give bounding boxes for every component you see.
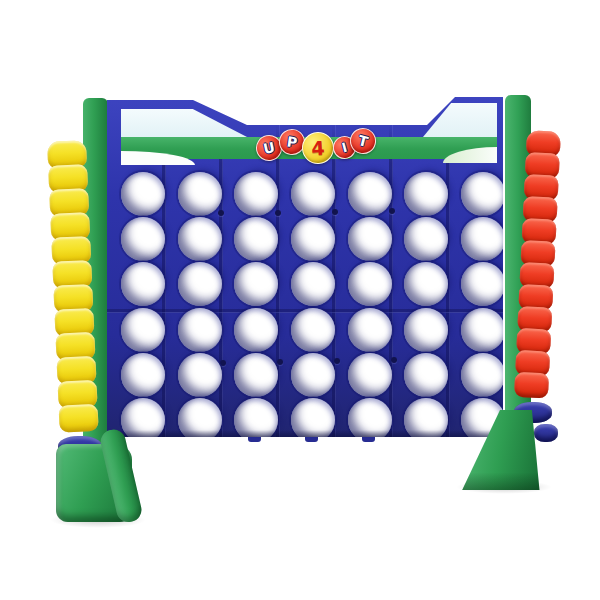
hole-r5c1-empty[interactable]	[121, 353, 165, 397]
board-cell[interactable]	[454, 171, 503, 216]
hole-r1c4-empty[interactable]	[291, 172, 335, 216]
hole-r1c3-empty[interactable]	[234, 172, 278, 216]
board-cell[interactable]	[285, 171, 342, 216]
hole-r3c4-empty[interactable]	[291, 262, 335, 306]
hole-r4c5-empty[interactable]	[348, 308, 392, 352]
board-bottom-edge	[107, 430, 503, 437]
hole-r1c1-empty[interactable]	[121, 172, 165, 216]
hole-r4c3-empty[interactable]	[234, 308, 278, 352]
hole-r3c6-empty[interactable]	[404, 262, 448, 306]
hole-r5c5-empty[interactable]	[348, 353, 392, 397]
board-cell[interactable]	[285, 307, 342, 352]
hole-r1c7-empty[interactable]	[461, 172, 503, 216]
board-holes	[115, 171, 503, 437]
hole-r4c1-empty[interactable]	[121, 308, 165, 352]
board-cell[interactable]	[398, 171, 455, 216]
hole-r2c4-empty[interactable]	[291, 217, 335, 261]
hole-r2c2-empty[interactable]	[178, 217, 222, 261]
hole-r3c2-empty[interactable]	[178, 262, 222, 306]
board-cell[interactable]	[228, 307, 285, 352]
board-cell[interactable]	[341, 352, 398, 397]
board-cell[interactable]	[172, 171, 229, 216]
board-cell[interactable]	[454, 262, 503, 307]
hole-r5c2-empty[interactable]	[178, 353, 222, 397]
hole-r1c6-empty[interactable]	[404, 172, 448, 216]
yellow-disc[interactable]	[59, 404, 99, 433]
board-cell[interactable]	[341, 216, 398, 261]
board-cell[interactable]	[115, 171, 172, 216]
giant-connect-four-scene: UP4IT	[0, 0, 600, 600]
hole-r2c7-empty[interactable]	[461, 217, 503, 261]
hole-r2c6-empty[interactable]	[404, 217, 448, 261]
board-cell[interactable]	[398, 307, 455, 352]
board-cell[interactable]	[115, 262, 172, 307]
hole-r5c3-empty[interactable]	[234, 353, 278, 397]
up-4-it-logo: UP4IT	[107, 95, 503, 167]
board-cell[interactable]	[454, 307, 503, 352]
board-cell[interactable]	[228, 262, 285, 307]
hole-r3c7-empty[interactable]	[461, 262, 503, 306]
hole-r4c2-empty[interactable]	[178, 308, 222, 352]
board-cell[interactable]	[341, 307, 398, 352]
board-cell[interactable]	[285, 216, 342, 261]
red-disc[interactable]	[514, 372, 549, 399]
hole-r4c6-empty[interactable]	[404, 308, 448, 352]
board-cell[interactable]	[172, 307, 229, 352]
board-cell[interactable]	[228, 171, 285, 216]
logo-letter-4: 4	[301, 131, 335, 165]
hole-r4c4-empty[interactable]	[291, 308, 335, 352]
hole-r3c5-empty[interactable]	[348, 262, 392, 306]
hole-r2c5-empty[interactable]	[348, 217, 392, 261]
board-cell[interactable]	[341, 171, 398, 216]
hole-r3c3-empty[interactable]	[234, 262, 278, 306]
board-cell[interactable]	[398, 216, 455, 261]
board-cell[interactable]	[454, 352, 503, 397]
board-cell[interactable]	[115, 216, 172, 261]
board-cell[interactable]	[172, 352, 229, 397]
hole-r5c6-empty[interactable]	[404, 353, 448, 397]
board-cell[interactable]	[398, 262, 455, 307]
hole-r1c2-empty[interactable]	[178, 172, 222, 216]
board-cell[interactable]	[454, 216, 503, 261]
hole-r3c1-empty[interactable]	[121, 262, 165, 306]
hole-r5c4-empty[interactable]	[291, 353, 335, 397]
board-cell[interactable]	[172, 262, 229, 307]
board-cell[interactable]	[115, 352, 172, 397]
board-cell[interactable]	[341, 262, 398, 307]
hole-r4c7-empty[interactable]	[461, 308, 503, 352]
hole-r1c5-empty[interactable]	[348, 172, 392, 216]
connect-four-board: UP4IT	[107, 95, 503, 437]
board-cell[interactable]	[398, 352, 455, 397]
hole-r2c3-empty[interactable]	[234, 217, 278, 261]
board-cell[interactable]	[228, 352, 285, 397]
board-cell[interactable]	[285, 262, 342, 307]
hole-r2c1-empty[interactable]	[121, 217, 165, 261]
board-cell[interactable]	[172, 216, 229, 261]
board-cell[interactable]	[285, 352, 342, 397]
board-cell[interactable]	[115, 307, 172, 352]
board-cell[interactable]	[228, 216, 285, 261]
hole-r5c7-empty[interactable]	[461, 353, 503, 397]
disc-tray-ring-right-base	[534, 424, 558, 442]
